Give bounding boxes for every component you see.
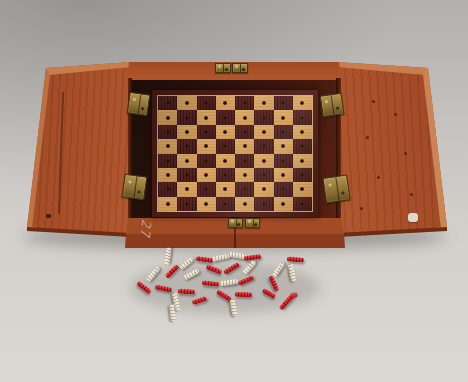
board-square-r4c7[interactable] (274, 139, 293, 153)
board-square-r5c7[interactable] (274, 154, 293, 168)
board-square-r6c7[interactable] (274, 168, 293, 182)
board-square-r8c8[interactable] (293, 197, 312, 211)
board-square-r6c4[interactable] (216, 168, 235, 182)
top-hinge-left (215, 63, 231, 73)
board-square-r1c8[interactable] (293, 96, 312, 110)
board-square-r3c7[interactable] (274, 125, 293, 139)
white-peg-piece[interactable] (164, 247, 171, 266)
board-square-r2c6[interactable] (254, 110, 273, 124)
chess-board (152, 90, 318, 217)
board-square-r2c1[interactable] (158, 110, 177, 124)
board-square-r1c3[interactable] (197, 96, 216, 110)
board-square-r8c5[interactable] (235, 197, 254, 211)
board-square-r4c1[interactable] (158, 139, 177, 153)
board-square-r6c5[interactable] (235, 168, 254, 182)
board-square-r3c4[interactable] (216, 125, 235, 139)
board-square-r3c2[interactable] (177, 125, 196, 139)
right-wall-upper-hinge (320, 93, 345, 118)
board-square-r6c6[interactable] (254, 168, 273, 182)
travel-chess-set-photo: 27 (0, 0, 468, 382)
board-square-r8c7[interactable] (274, 197, 293, 211)
red-peg-piece[interactable] (177, 288, 194, 294)
board-square-r4c8[interactable] (293, 139, 312, 153)
board-square-r2c5[interactable] (235, 110, 254, 124)
board-square-r7c7[interactable] (274, 182, 293, 196)
right-door-nail-hole-6 (410, 193, 413, 196)
right-door-nail-hole-4 (404, 152, 407, 155)
red-peg-piece[interactable] (201, 280, 218, 287)
board-square-r5c1[interactable] (158, 154, 177, 168)
board-square-r7c5[interactable] (235, 182, 254, 196)
board-square-r1c4[interactable] (216, 96, 235, 110)
board-square-r6c2[interactable] (177, 168, 196, 182)
left-wall-lower-hinge (121, 174, 147, 201)
board-square-r1c1[interactable] (158, 96, 177, 110)
board-square-r5c2[interactable] (177, 154, 196, 168)
right-door-nail-hole-7 (360, 207, 363, 210)
board-square-r4c2[interactable] (177, 139, 196, 153)
board-square-r7c1[interactable] (158, 182, 177, 196)
board-square-r5c8[interactable] (293, 154, 312, 168)
top-hinge-right (232, 63, 248, 73)
red-peg-piece[interactable] (234, 291, 251, 297)
board-square-r4c6[interactable] (254, 139, 273, 153)
board-square-r5c3[interactable] (197, 154, 216, 168)
right-door-sticker (408, 213, 418, 222)
chalk-inscription: 27 (132, 218, 155, 246)
board-square-r1c2[interactable] (177, 96, 196, 110)
board-square-r4c4[interactable] (216, 139, 235, 153)
red-peg-piece[interactable] (195, 255, 213, 262)
board-square-r7c8[interactable] (293, 182, 312, 196)
right-wall-lower-hinge (322, 174, 350, 203)
board-square-r6c3[interactable] (197, 168, 216, 182)
board-square-r8c1[interactable] (158, 197, 177, 211)
left-wall-upper-hinge (127, 92, 151, 117)
board-square-r8c4[interactable] (216, 197, 235, 211)
board-square-r4c3[interactable] (197, 139, 216, 153)
board-square-r2c4[interactable] (216, 110, 235, 124)
white-peg-piece[interactable] (169, 303, 176, 320)
board-square-r8c2[interactable] (177, 197, 196, 211)
board-square-r3c1[interactable] (158, 125, 177, 139)
board-square-r5c5[interactable] (235, 154, 254, 168)
board-square-r3c5[interactable] (235, 125, 254, 139)
board-square-r4c5[interactable] (235, 139, 254, 153)
board-square-r2c2[interactable] (177, 110, 196, 124)
board-square-r1c7[interactable] (274, 96, 293, 110)
right-door-nail-hole-3 (366, 136, 369, 139)
board-square-r2c3[interactable] (197, 110, 216, 124)
board-square-r6c8[interactable] (293, 168, 312, 182)
board-square-r3c8[interactable] (293, 125, 312, 139)
board-square-r7c4[interactable] (216, 182, 235, 196)
board-square-r7c2[interactable] (177, 182, 196, 196)
board-square-r7c3[interactable] (197, 182, 216, 196)
white-peg-piece[interactable] (212, 253, 231, 262)
board-square-r8c3[interactable] (197, 197, 216, 211)
board-square-r2c8[interactable] (293, 110, 312, 124)
board-square-r6c1[interactable] (158, 168, 177, 182)
bottom-hinge-left (228, 218, 243, 229)
board-square-r8c6[interactable] (254, 197, 273, 211)
left-door-mark (46, 214, 51, 218)
board-square-r1c5[interactable] (235, 96, 254, 110)
board-grid (157, 95, 313, 212)
board-square-r2c7[interactable] (274, 110, 293, 124)
right-door-nail-hole-1 (372, 100, 375, 103)
right-door-nail-hole-2 (394, 113, 397, 116)
board-square-r5c6[interactable] (254, 154, 273, 168)
board-square-r1c6[interactable] (254, 96, 273, 110)
bottom-hinge-right (245, 218, 260, 229)
board-square-r3c3[interactable] (197, 125, 216, 139)
board-square-r7c6[interactable] (254, 182, 273, 196)
red-peg-piece[interactable] (286, 256, 303, 262)
board-square-r3c6[interactable] (254, 125, 273, 139)
right-door-nail-hole-5 (377, 176, 380, 179)
knight-head (290, 292, 298, 298)
board-square-r5c4[interactable] (216, 154, 235, 168)
